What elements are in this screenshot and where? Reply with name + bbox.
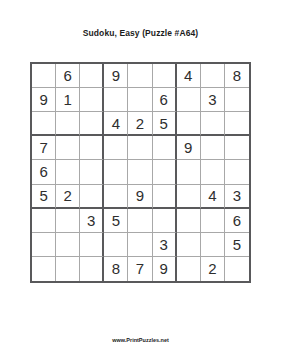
cell-r1c4: 9 <box>104 64 128 88</box>
cell-r1c7: 4 <box>177 64 201 88</box>
cell-r3c2 <box>56 112 80 136</box>
cell-r3c3 <box>80 112 104 136</box>
cell-r4c1: 7 <box>32 136 56 160</box>
cell-r7c3: 3 <box>80 209 104 233</box>
cell-r5c9 <box>225 160 249 184</box>
cell-r8c2 <box>56 233 80 257</box>
cell-r6c1: 5 <box>32 185 56 209</box>
cell-r5c2 <box>56 160 80 184</box>
cell-r9c2 <box>56 257 80 281</box>
cell-r6c5: 9 <box>128 185 152 209</box>
cell-r3c9 <box>225 112 249 136</box>
cell-r8c3 <box>80 233 104 257</box>
cell-r5c3 <box>80 160 104 184</box>
cell-r2c5 <box>128 88 152 112</box>
cell-r8c7 <box>177 233 201 257</box>
sudoku-page: Sudoku, Easy (Puzzle #A64) 6948916342579… <box>0 0 281 363</box>
cell-r9c8: 2 <box>201 257 225 281</box>
cell-r3c8 <box>201 112 225 136</box>
cell-r5c7 <box>177 160 201 184</box>
cell-r5c5 <box>128 160 152 184</box>
cell-r2c4 <box>104 88 128 112</box>
cell-r2c3 <box>80 88 104 112</box>
cell-r1c6 <box>153 64 177 88</box>
cell-r6c3 <box>80 185 104 209</box>
cell-r9c9 <box>225 257 249 281</box>
cell-r4c9 <box>225 136 249 160</box>
cell-r3c5: 2 <box>128 112 152 136</box>
cell-r7c5 <box>128 209 152 233</box>
cell-r3c6: 5 <box>153 112 177 136</box>
cell-r5c8 <box>201 160 225 184</box>
cell-r2c7 <box>177 88 201 112</box>
cell-r8c9: 5 <box>225 233 249 257</box>
cell-r9c3 <box>80 257 104 281</box>
cell-r8c8 <box>201 233 225 257</box>
cell-r6c4 <box>104 185 128 209</box>
cell-r7c8 <box>201 209 225 233</box>
cell-r5c1: 6 <box>32 160 56 184</box>
cell-r2c2: 1 <box>56 88 80 112</box>
cell-r6c2: 2 <box>56 185 80 209</box>
cell-r3c1 <box>32 112 56 136</box>
cell-r9c5: 7 <box>128 257 152 281</box>
cell-r4c4 <box>104 136 128 160</box>
cell-r4c8 <box>201 136 225 160</box>
cell-r1c9: 8 <box>225 64 249 88</box>
cell-r2c9 <box>225 88 249 112</box>
cell-r2c6: 6 <box>153 88 177 112</box>
cell-r5c4 <box>104 160 128 184</box>
cell-r9c6: 9 <box>153 257 177 281</box>
cell-r7c4: 5 <box>104 209 128 233</box>
cell-r7c9: 6 <box>225 209 249 233</box>
cell-r4c7: 9 <box>177 136 201 160</box>
cell-r9c4: 8 <box>104 257 128 281</box>
cell-r8c6: 3 <box>153 233 177 257</box>
cell-r7c7 <box>177 209 201 233</box>
cell-r1c1 <box>32 64 56 88</box>
cell-r1c8 <box>201 64 225 88</box>
cell-r4c2 <box>56 136 80 160</box>
cell-r1c3 <box>80 64 104 88</box>
footer-site-url: www.PrintPuzzles.net <box>0 337 281 343</box>
cell-r9c1 <box>32 257 56 281</box>
cell-r4c6 <box>153 136 177 160</box>
cell-r2c8: 3 <box>201 88 225 112</box>
cell-r1c2: 6 <box>56 64 80 88</box>
puzzle-title: Sudoku, Easy (Puzzle #A64) <box>0 28 281 38</box>
cell-r7c6 <box>153 209 177 233</box>
cell-r4c5 <box>128 136 152 160</box>
cell-r6c7 <box>177 185 201 209</box>
cell-r6c9: 3 <box>225 185 249 209</box>
cell-r1c5 <box>128 64 152 88</box>
cell-r7c1 <box>32 209 56 233</box>
cell-r8c1 <box>32 233 56 257</box>
sudoku-board: 6948916342579652943356358792 <box>30 62 251 283</box>
cell-r9c7 <box>177 257 201 281</box>
cell-r2c1: 9 <box>32 88 56 112</box>
cell-r5c6 <box>153 160 177 184</box>
cell-r6c6 <box>153 185 177 209</box>
cell-r7c2 <box>56 209 80 233</box>
cell-r4c3 <box>80 136 104 160</box>
cell-r6c8: 4 <box>201 185 225 209</box>
cell-r8c4 <box>104 233 128 257</box>
cell-r8c5 <box>128 233 152 257</box>
cell-r3c7 <box>177 112 201 136</box>
cell-r3c4: 4 <box>104 112 128 136</box>
